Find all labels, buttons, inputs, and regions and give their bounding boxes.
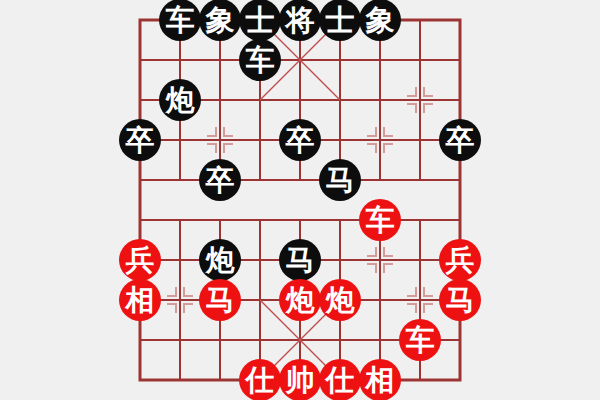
board-point[interactable] (120, 320, 160, 360)
board-point[interactable] (400, 280, 440, 320)
board-point[interactable]: 马 (200, 280, 240, 320)
board-point[interactable]: 车 (400, 320, 440, 360)
board-point[interactable] (400, 0, 440, 40)
board-point[interactable]: 马 (320, 160, 360, 200)
board-point[interactable] (440, 0, 480, 40)
board-point[interactable] (400, 200, 440, 240)
red-advisor[interactable]: 仕 (319, 359, 361, 400)
board-point[interactable]: 帅 (280, 360, 320, 400)
board-point[interactable] (160, 200, 200, 240)
board-point[interactable]: 马 (440, 280, 480, 320)
board-point[interactable] (160, 160, 200, 200)
board-point[interactable]: 象 (360, 0, 400, 40)
red-chariot[interactable]: 车 (399, 319, 441, 361)
board-point[interactable] (320, 200, 360, 240)
board-point[interactable] (200, 200, 240, 240)
board-point[interactable] (200, 360, 240, 400)
board-point[interactable] (320, 40, 360, 80)
board-point[interactable]: 卒 (280, 120, 320, 160)
board-point[interactable]: 卒 (200, 160, 240, 200)
board-point[interactable] (120, 200, 160, 240)
red-advisor[interactable]: 仕 (239, 359, 281, 400)
board-point[interactable] (440, 200, 480, 240)
board-point[interactable] (120, 360, 160, 400)
black-elephant[interactable]: 象 (199, 0, 241, 41)
board-point[interactable] (200, 40, 240, 80)
board-point[interactable] (120, 80, 160, 120)
red-elephant[interactable]: 相 (119, 279, 161, 321)
board-point[interactable] (160, 320, 200, 360)
board-point[interactable] (440, 40, 480, 80)
black-chariot[interactable]: 车 (239, 39, 281, 81)
board-point[interactable]: 象 (200, 0, 240, 40)
black-soldier[interactable]: 卒 (279, 119, 321, 161)
board-point[interactable]: 仕 (240, 360, 280, 400)
board-point[interactable] (120, 160, 160, 200)
board-point[interactable]: 炮 (320, 280, 360, 320)
board-point[interactable]: 炮 (160, 80, 200, 120)
board-point[interactable] (440, 160, 480, 200)
red-soldier[interactable]: 兵 (119, 239, 161, 281)
black-cannon[interactable]: 炮 (159, 79, 201, 121)
board-point[interactable] (360, 280, 400, 320)
red-chariot[interactable]: 车 (359, 199, 401, 241)
board-point[interactable] (280, 160, 320, 200)
board-point[interactable]: 相 (120, 280, 160, 320)
board-point[interactable] (400, 40, 440, 80)
board-point[interactable]: 兵 (120, 240, 160, 280)
black-advisor[interactable]: 士 (319, 0, 361, 41)
black-advisor[interactable]: 士 (239, 0, 281, 41)
xiangqi-board: 车象士将士象车炮卒卒卒卒马车兵炮马兵相马炮炮马车仕帅仕相 (0, 0, 600, 400)
board-point[interactable] (160, 280, 200, 320)
board-point[interactable] (240, 160, 280, 200)
board-point[interactable] (120, 40, 160, 80)
board-grid: 车象士将士象车炮卒卒卒卒马车兵炮马兵相马炮炮马车仕帅仕相 (120, 0, 480, 400)
board-point[interactable]: 卒 (440, 120, 480, 160)
board-point[interactable] (240, 240, 280, 280)
board-point[interactable] (400, 120, 440, 160)
black-soldier[interactable]: 卒 (199, 159, 241, 201)
board-point[interactable]: 马 (280, 240, 320, 280)
red-cannon[interactable]: 炮 (279, 279, 321, 321)
board-point[interactable] (200, 120, 240, 160)
board-point[interactable] (400, 160, 440, 200)
board-point[interactable] (320, 120, 360, 160)
board-point[interactable] (280, 320, 320, 360)
board-point[interactable]: 相 (360, 360, 400, 400)
board-point[interactable] (360, 320, 400, 360)
board-point[interactable] (360, 40, 400, 80)
board-point[interactable] (240, 80, 280, 120)
board-point[interactable]: 士 (240, 0, 280, 40)
red-cannon[interactable]: 炮 (319, 279, 361, 321)
board-point[interactable] (280, 40, 320, 80)
black-soldier[interactable]: 卒 (439, 119, 481, 161)
red-horse[interactable]: 马 (439, 279, 481, 321)
board-point[interactable] (200, 80, 240, 120)
red-horse[interactable]: 马 (199, 279, 241, 321)
board-point[interactable] (360, 240, 400, 280)
board-point[interactable] (280, 80, 320, 120)
black-horse[interactable]: 马 (279, 239, 321, 281)
board-point[interactable]: 仕 (320, 360, 360, 400)
board-point[interactable]: 卒 (120, 120, 160, 160)
board-point[interactable]: 将 (280, 0, 320, 40)
black-elephant[interactable]: 象 (359, 0, 401, 41)
red-elephant[interactable]: 相 (359, 359, 401, 400)
board-point[interactable]: 车 (160, 0, 200, 40)
red-general[interactable]: 帅 (279, 359, 321, 400)
board-point[interactable] (440, 320, 480, 360)
board-point[interactable]: 炮 (280, 280, 320, 320)
board-point[interactable] (240, 320, 280, 360)
board-point[interactable] (160, 240, 200, 280)
board-point[interactable] (240, 120, 280, 160)
board-point[interactable] (440, 80, 480, 120)
board-point[interactable] (280, 200, 320, 240)
board-point[interactable] (200, 320, 240, 360)
board-point[interactable] (320, 320, 360, 360)
board-point[interactable]: 士 (320, 0, 360, 40)
board-point[interactable] (240, 200, 280, 240)
board-point[interactable] (320, 240, 360, 280)
board-point[interactable] (400, 80, 440, 120)
board-point[interactable]: 炮 (200, 240, 240, 280)
black-cannon[interactable]: 炮 (199, 239, 241, 281)
board-point[interactable] (360, 160, 400, 200)
board-point[interactable] (160, 360, 200, 400)
black-horse[interactable]: 马 (319, 159, 361, 201)
black-chariot[interactable]: 车 (159, 0, 201, 41)
board-point[interactable] (160, 40, 200, 80)
board-point[interactable]: 兵 (440, 240, 480, 280)
black-soldier[interactable]: 卒 (119, 119, 161, 161)
board-point[interactable] (160, 120, 200, 160)
board-point[interactable] (440, 360, 480, 400)
board-point[interactable]: 车 (240, 40, 280, 80)
red-soldier[interactable]: 兵 (439, 239, 481, 281)
board-point[interactable] (360, 80, 400, 120)
board-point[interactable] (360, 120, 400, 160)
board-point[interactable] (240, 280, 280, 320)
board-point[interactable]: 车 (360, 200, 400, 240)
board-point[interactable] (320, 80, 360, 120)
black-general[interactable]: 将 (279, 0, 321, 41)
board-point[interactable] (400, 360, 440, 400)
board-point[interactable] (400, 240, 440, 280)
board-point[interactable] (120, 0, 160, 40)
